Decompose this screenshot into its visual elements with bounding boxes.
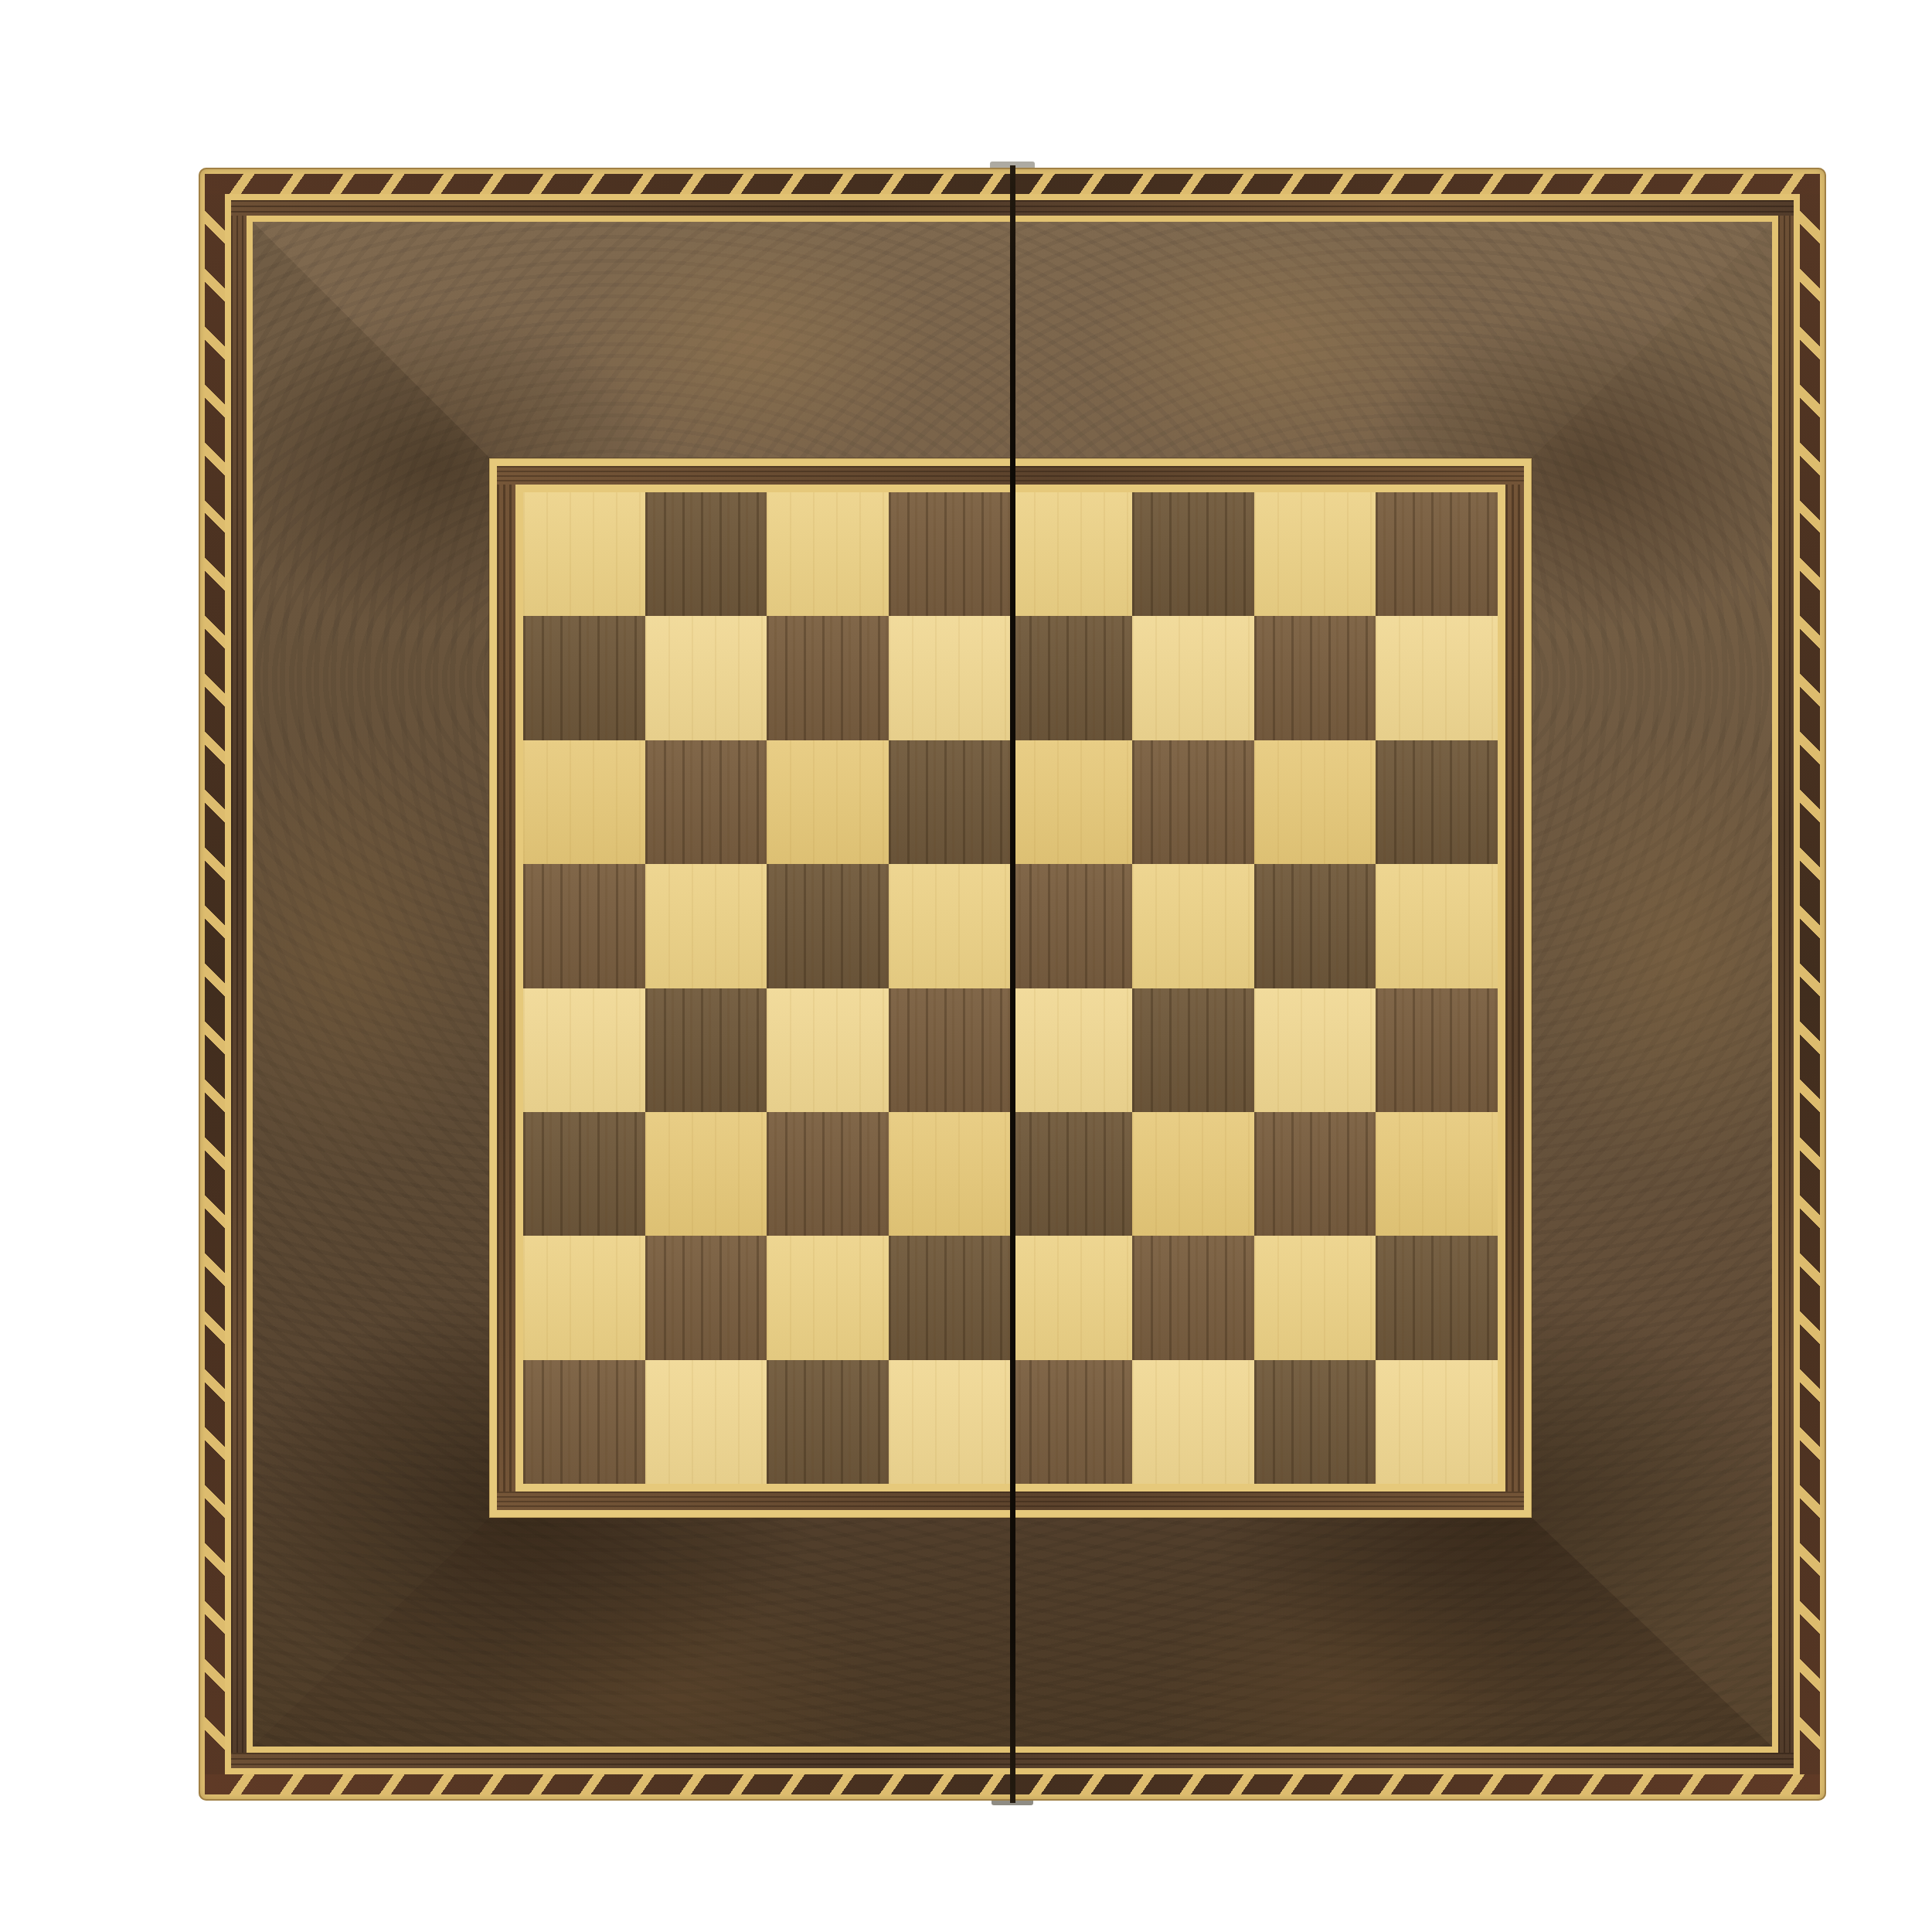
square-h1[interactable] [1376, 1360, 1498, 1484]
rope-border-right [1800, 194, 1820, 1774]
field-walnut-band-right [1505, 485, 1524, 1492]
square-d3[interactable] [889, 1112, 1011, 1236]
square-e6[interactable] [1011, 740, 1133, 864]
square-b1[interactable] [645, 1360, 767, 1484]
square-c6[interactable] [767, 740, 889, 864]
square-g3[interactable] [1254, 1112, 1376, 1236]
square-a6[interactable] [523, 740, 645, 864]
square-d5[interactable] [889, 864, 1011, 988]
square-h6[interactable] [1376, 740, 1498, 864]
square-f1[interactable] [1132, 1360, 1254, 1484]
square-a3[interactable] [523, 1112, 645, 1236]
square-c3[interactable] [767, 1112, 889, 1236]
square-g5[interactable] [1254, 864, 1376, 988]
square-d4[interactable] [889, 988, 1011, 1112]
square-a7[interactable] [523, 616, 645, 740]
square-e1[interactable] [1011, 1360, 1133, 1484]
square-h5[interactable] [1376, 864, 1498, 988]
square-h4[interactable] [1376, 988, 1498, 1112]
square-b8[interactable] [645, 492, 767, 616]
square-b4[interactable] [645, 988, 767, 1112]
square-b3[interactable] [645, 1112, 767, 1236]
square-g2[interactable] [1254, 1236, 1376, 1359]
square-g7[interactable] [1254, 616, 1376, 740]
square-b5[interactable] [645, 864, 767, 988]
square-b6[interactable] [645, 740, 767, 864]
square-d8[interactable] [889, 492, 1011, 616]
square-f5[interactable] [1132, 864, 1254, 988]
walnut-band-left [231, 216, 247, 1753]
chessboard [199, 168, 1826, 1801]
square-d7[interactable] [889, 616, 1011, 740]
square-f3[interactable] [1132, 1112, 1254, 1236]
square-g4[interactable] [1254, 988, 1376, 1112]
square-h7[interactable] [1376, 616, 1498, 740]
square-d6[interactable] [889, 740, 1011, 864]
square-e8[interactable] [1011, 492, 1133, 616]
square-c8[interactable] [767, 492, 889, 616]
square-f2[interactable] [1132, 1236, 1254, 1359]
square-h2[interactable] [1376, 1236, 1498, 1359]
square-b7[interactable] [645, 616, 767, 740]
square-g6[interactable] [1254, 740, 1376, 864]
square-e7[interactable] [1011, 616, 1133, 740]
white-background [0, 0, 1932, 1932]
square-f4[interactable] [1132, 988, 1254, 1112]
square-c4[interactable] [767, 988, 889, 1112]
square-e3[interactable] [1011, 1112, 1133, 1236]
square-c7[interactable] [767, 616, 889, 740]
square-c1[interactable] [767, 1360, 889, 1484]
field-walnut-band-left [497, 485, 515, 1492]
square-d1[interactable] [889, 1360, 1011, 1484]
walnut-band-right [1778, 216, 1794, 1753]
square-a8[interactable] [523, 492, 645, 616]
square-f8[interactable] [1132, 492, 1254, 616]
square-c5[interactable] [767, 864, 889, 988]
square-a1[interactable] [523, 1360, 645, 1484]
square-g1[interactable] [1254, 1360, 1376, 1484]
center-fold-seam [1010, 165, 1015, 1803]
square-a5[interactable] [523, 864, 645, 988]
square-e4[interactable] [1011, 988, 1133, 1112]
square-b2[interactable] [645, 1236, 767, 1359]
square-h3[interactable] [1376, 1112, 1498, 1236]
square-d2[interactable] [889, 1236, 1011, 1359]
square-f6[interactable] [1132, 740, 1254, 864]
square-e5[interactable] [1011, 864, 1133, 988]
square-e2[interactable] [1011, 1236, 1133, 1359]
square-a4[interactable] [523, 988, 645, 1112]
rope-border-left [205, 194, 225, 1774]
square-c2[interactable] [767, 1236, 889, 1359]
square-f7[interactable] [1132, 616, 1254, 740]
square-h8[interactable] [1376, 492, 1498, 616]
square-g8[interactable] [1254, 492, 1376, 616]
square-a2[interactable] [523, 1236, 645, 1359]
